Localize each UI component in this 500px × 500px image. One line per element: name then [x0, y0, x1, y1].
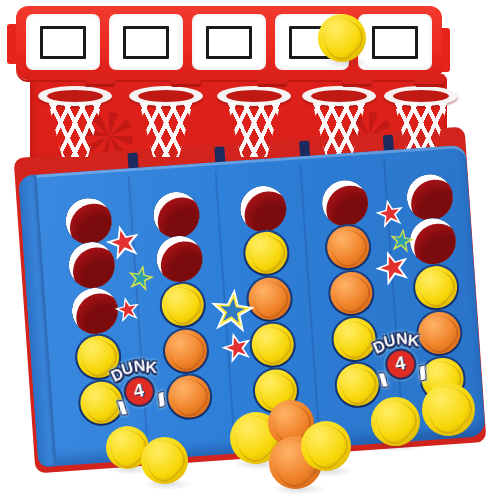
cell-col2-row4[interactable]	[161, 326, 210, 375]
orange-ball[interactable]	[167, 374, 212, 419]
yellow-ball-on-backboard-4[interactable]	[318, 14, 366, 62]
hinge-clip-5	[415, 74, 445, 87]
cell-col5-row3[interactable]	[412, 263, 461, 312]
hoop-net	[310, 103, 368, 157]
cell-col3-row2[interactable]	[242, 228, 291, 277]
cell-col2-row3[interactable]	[158, 280, 207, 329]
cell-col3-row4[interactable]	[248, 320, 297, 369]
cell-col4-row1[interactable]	[321, 179, 370, 228]
yellow-ball[interactable]	[422, 383, 475, 436]
star-sticker	[113, 294, 143, 324]
yellow-ball[interactable]	[141, 437, 188, 484]
cell-col5-row2[interactable]	[408, 217, 457, 266]
hinge-clip-2	[171, 74, 201, 87]
basket-hoop-3[interactable]	[217, 86, 291, 160]
yellow-ball[interactable]	[318, 14, 366, 62]
hinge-clip-3	[257, 74, 287, 87]
cell-col1-row3[interactable]	[70, 286, 119, 335]
dunk4-game-photo: DUNK4DUNK4	[0, 0, 500, 500]
hinge-clip-4	[342, 74, 372, 87]
yellow-ball[interactable]	[160, 282, 205, 327]
orange-ball[interactable]	[164, 328, 209, 373]
star-sticker	[373, 197, 406, 230]
backboard-target-rect	[40, 26, 86, 59]
star-sticker	[208, 286, 256, 334]
cell-col5-row1[interactable]	[405, 173, 454, 222]
hoop-net	[225, 103, 283, 157]
dunk4-logo-right: DUNK4	[363, 327, 434, 385]
hoop-net	[46, 103, 104, 157]
loose-yellow-ball-8[interactable]	[422, 383, 475, 436]
cell-col2-row2[interactable]	[155, 234, 204, 283]
backboard-target-rect	[372, 26, 418, 59]
yellow-ball[interactable]	[244, 230, 289, 275]
yellow-ball[interactable]	[250, 322, 295, 367]
backboard-target-rect	[206, 26, 252, 59]
hinge-clip-1	[85, 74, 115, 87]
orange-ball[interactable]	[329, 271, 374, 316]
cell-col4-row2[interactable]	[324, 223, 373, 272]
backboard-1	[26, 14, 100, 70]
backboard-target-rect	[123, 26, 169, 59]
loose-yellow-ball-2[interactable]	[141, 437, 188, 484]
basket-hoop-4[interactable]	[302, 86, 376, 160]
yellow-ball[interactable]	[301, 421, 351, 471]
orange-ball[interactable]	[326, 225, 371, 270]
backboard-3	[192, 14, 266, 70]
cell-col2-row1[interactable]	[152, 190, 201, 239]
hoop-net	[137, 103, 195, 157]
star-sticker	[126, 262, 156, 292]
backboard-2	[109, 14, 183, 70]
basket-hoop-1[interactable]	[38, 86, 112, 160]
basket-hoop-2[interactable]	[129, 86, 203, 160]
star-sticker	[103, 221, 144, 262]
cell-col4-row3[interactable]	[327, 268, 376, 317]
cell-col3-row1[interactable]	[239, 184, 288, 233]
loose-yellow-ball-6[interactable]	[301, 421, 351, 471]
backboard-bar	[16, 6, 442, 80]
yellow-ball[interactable]	[414, 265, 459, 310]
